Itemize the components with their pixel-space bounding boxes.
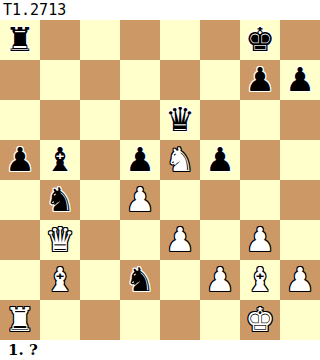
square-f2[interactable]: ♟: [200, 260, 240, 300]
square-a2[interactable]: [0, 260, 40, 300]
square-c1[interactable]: [80, 300, 120, 340]
square-f4[interactable]: [200, 180, 240, 220]
square-b2[interactable]: ♝: [40, 260, 80, 300]
piece-black-rook: ♜: [5, 20, 35, 60]
square-h5[interactable]: [280, 140, 320, 180]
square-f6[interactable]: [200, 100, 240, 140]
square-h2[interactable]: ♟: [280, 260, 320, 300]
square-h1[interactable]: [280, 300, 320, 340]
square-c4[interactable]: [80, 180, 120, 220]
chess-board: ♜♚♟♟♛♟♝♟♞♟♞♟♛♟♟♝♞♟♝♟♜♚: [0, 20, 320, 340]
square-d8[interactable]: [120, 20, 160, 60]
square-b7[interactable]: [40, 60, 80, 100]
piece-white-pawn: ♟: [205, 260, 235, 300]
square-a8[interactable]: ♜: [0, 20, 40, 60]
square-e6[interactable]: ♛: [160, 100, 200, 140]
square-e4[interactable]: [160, 180, 200, 220]
square-c5[interactable]: [80, 140, 120, 180]
piece-white-pawn: ♟: [165, 220, 195, 260]
chess-puzzle-page: T1.2713 ♜♚♟♟♛♟♝♟♞♟♞♟♛♟♟♝♞♟♝♟♜♚ 1. ?: [0, 0, 320, 360]
square-c3[interactable]: [80, 220, 120, 260]
piece-white-pawn: ♟: [125, 180, 155, 220]
piece-white-rook: ♜: [5, 300, 35, 340]
square-h3[interactable]: [280, 220, 320, 260]
square-e5[interactable]: ♞: [160, 140, 200, 180]
square-a1[interactable]: ♜: [0, 300, 40, 340]
square-b1[interactable]: [40, 300, 80, 340]
square-g3[interactable]: ♟: [240, 220, 280, 260]
square-e3[interactable]: ♟: [160, 220, 200, 260]
square-f5[interactable]: ♟: [200, 140, 240, 180]
square-d7[interactable]: [120, 60, 160, 100]
piece-black-pawn: ♟: [125, 140, 155, 180]
square-g4[interactable]: [240, 180, 280, 220]
piece-black-pawn: ♟: [205, 140, 235, 180]
piece-black-pawn: ♟: [5, 140, 35, 180]
square-d2[interactable]: ♞: [120, 260, 160, 300]
square-f3[interactable]: [200, 220, 240, 260]
square-h8[interactable]: [280, 20, 320, 60]
square-e7[interactable]: [160, 60, 200, 100]
square-b3[interactable]: ♛: [40, 220, 80, 260]
piece-black-knight: ♞: [125, 260, 155, 300]
piece-black-king: ♚: [245, 20, 275, 60]
square-b5[interactable]: ♝: [40, 140, 80, 180]
square-c7[interactable]: [80, 60, 120, 100]
square-a3[interactable]: [0, 220, 40, 260]
move-prompt: 1. ?: [0, 340, 320, 360]
square-c6[interactable]: [80, 100, 120, 140]
square-h6[interactable]: [280, 100, 320, 140]
square-b8[interactable]: [40, 20, 80, 60]
piece-white-bishop: ♝: [245, 260, 275, 300]
piece-black-queen: ♛: [165, 100, 195, 140]
piece-white-knight: ♞: [165, 140, 195, 180]
square-e2[interactable]: [160, 260, 200, 300]
square-e8[interactable]: [160, 20, 200, 60]
square-a5[interactable]: ♟: [0, 140, 40, 180]
piece-black-pawn: ♟: [245, 60, 275, 100]
square-d5[interactable]: ♟: [120, 140, 160, 180]
square-d6[interactable]: [120, 100, 160, 140]
square-d4[interactable]: ♟: [120, 180, 160, 220]
square-e1[interactable]: [160, 300, 200, 340]
square-a6[interactable]: [0, 100, 40, 140]
piece-black-knight: ♞: [45, 180, 75, 220]
piece-white-king: ♚: [245, 300, 275, 340]
square-b4[interactable]: ♞: [40, 180, 80, 220]
piece-white-pawn: ♟: [245, 220, 275, 260]
square-h4[interactable]: [280, 180, 320, 220]
piece-black-bishop: ♝: [45, 140, 75, 180]
piece-white-bishop: ♝: [45, 260, 75, 300]
square-d1[interactable]: [120, 300, 160, 340]
square-f7[interactable]: [200, 60, 240, 100]
piece-black-pawn: ♟: [285, 60, 315, 100]
square-h7[interactable]: ♟: [280, 60, 320, 100]
square-g5[interactable]: [240, 140, 280, 180]
square-a7[interactable]: [0, 60, 40, 100]
square-g2[interactable]: ♝: [240, 260, 280, 300]
square-a4[interactable]: [0, 180, 40, 220]
square-c8[interactable]: [80, 20, 120, 60]
square-g1[interactable]: ♚: [240, 300, 280, 340]
square-b6[interactable]: [40, 100, 80, 140]
piece-white-queen: ♛: [45, 220, 75, 260]
puzzle-title: T1.2713: [0, 0, 320, 20]
square-g8[interactable]: ♚: [240, 20, 280, 60]
square-f8[interactable]: [200, 20, 240, 60]
square-f1[interactable]: [200, 300, 240, 340]
square-c2[interactable]: [80, 260, 120, 300]
square-g7[interactable]: ♟: [240, 60, 280, 100]
piece-white-pawn: ♟: [285, 260, 315, 300]
square-g6[interactable]: [240, 100, 280, 140]
square-d3[interactable]: [120, 220, 160, 260]
